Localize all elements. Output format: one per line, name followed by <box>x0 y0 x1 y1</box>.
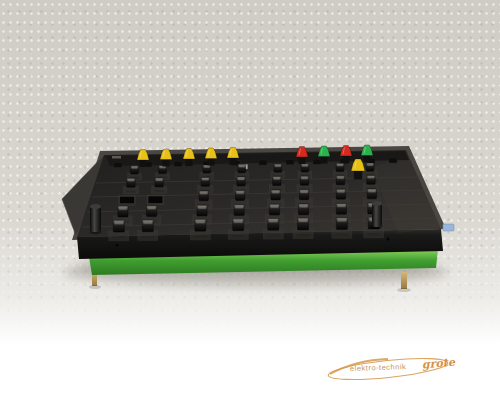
knob-right <box>372 203 382 227</box>
rear-switch <box>313 159 321 164</box>
watermark-logo: elektro-technik grote <box>322 350 482 390</box>
front-screw-left <box>116 244 119 247</box>
rear-switch <box>259 160 267 165</box>
knob-left <box>90 206 101 232</box>
leg-shadow-right <box>397 288 411 292</box>
connector-right <box>443 224 454 231</box>
empty-key-slot <box>119 195 136 205</box>
knob-right-top <box>372 201 382 205</box>
pcb-standoff-right <box>401 272 407 289</box>
front-screw-right <box>387 238 390 241</box>
rear-switch <box>389 158 397 163</box>
leg-shadow-left <box>89 285 101 289</box>
rear-switch <box>286 160 294 165</box>
knob-left-top <box>90 204 101 209</box>
product-photo: elektro-technik grote <box>0 0 500 400</box>
rear-switch <box>114 162 122 167</box>
keypad-assembly <box>0 0 500 400</box>
panel-label-mark <box>112 156 121 159</box>
rear-switch <box>174 161 182 166</box>
empty-key-slot <box>147 195 164 205</box>
